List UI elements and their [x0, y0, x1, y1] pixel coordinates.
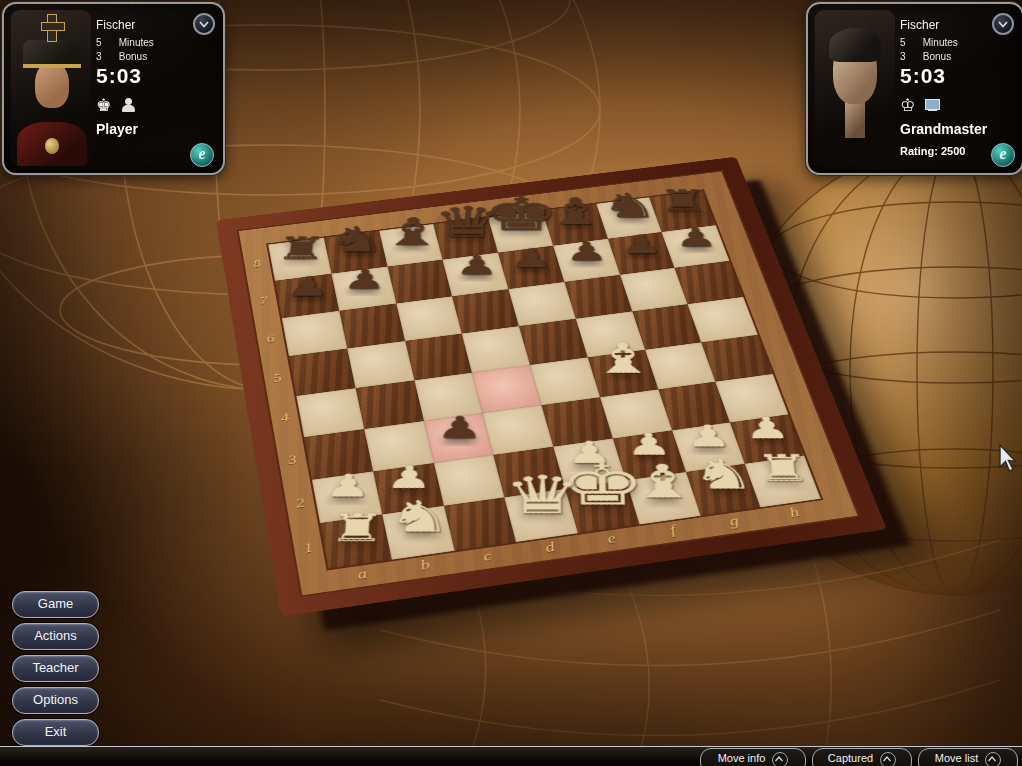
- chessmaster-e-logo: e: [190, 143, 214, 167]
- square-c2[interactable]: [433, 454, 504, 506]
- piece-black-pawn-a7[interactable]: ♟: [286, 274, 332, 299]
- square-b3[interactable]: [364, 421, 433, 471]
- square-b2[interactable]: ♟: [373, 463, 444, 515]
- square-d4[interactable]: [472, 365, 541, 413]
- square-c4[interactable]: [414, 373, 483, 421]
- piece-white-rook-a1[interactable]: ♜: [327, 510, 387, 547]
- piece-white-pawn-a2[interactable]: ♟: [324, 472, 373, 502]
- white-player-name: Player: [96, 121, 138, 137]
- game-button[interactable]: Game: [12, 591, 99, 618]
- black-player-panel: Fischer 5 Minutes 3 Bonus 5:03 ♔ Grandma…: [806, 2, 1022, 175]
- square-b5[interactable]: [347, 341, 414, 388]
- main-menu: Game Actions Teacher Options Exit: [12, 591, 99, 751]
- square-a1[interactable]: ♜: [320, 515, 391, 569]
- square-e2[interactable]: ♟: [553, 438, 625, 489]
- square-h4[interactable]: [701, 335, 772, 382]
- black-bonus-label: Bonus: [923, 51, 951, 62]
- board-coordinate-frame: ♜♞♝♛♚♝♞♜♟♟♟♟♟♟♟♝♟♟♟♟♟♟♟♜♞♛♚♝♞♜ abcdefgh …: [237, 170, 861, 597]
- square-c3[interactable]: ♟: [423, 413, 493, 463]
- piece-white-bishop-f1[interactable]: ♝: [627, 460, 699, 504]
- square-g3[interactable]: [658, 382, 730, 431]
- square-g2[interactable]: ♟: [671, 422, 745, 472]
- square-d1[interactable]: ♛: [505, 489, 578, 542]
- rank-label-4: 4: [270, 397, 300, 441]
- piece-white-bishop-f4[interactable]: ♝: [589, 338, 657, 378]
- square-a4[interactable]: [296, 388, 364, 437]
- move-list-button[interactable]: Move list: [918, 748, 1018, 766]
- white-minutes-label: Minutes: [119, 37, 154, 48]
- white-bonus-value: 3: [96, 51, 116, 62]
- piece-white-queen-d1[interactable]: ♛: [502, 471, 582, 521]
- square-f3[interactable]: [600, 389, 672, 438]
- square-b4[interactable]: [355, 380, 423, 429]
- black-player-name: Grandmaster: [900, 121, 987, 137]
- chessmaster-e-logo: e: [991, 143, 1015, 167]
- black-bonus-value: 3: [900, 51, 920, 62]
- white-bonus-label: Bonus: [119, 51, 147, 62]
- rank-label-5: 5: [263, 357, 292, 400]
- square-d5[interactable]: [462, 326, 530, 372]
- white-clock: 5:03: [96, 64, 142, 88]
- black-player-rating: Rating: 2500: [900, 145, 965, 157]
- black-clock: 5:03: [900, 64, 946, 88]
- rank-label-8: 8: [244, 245, 272, 284]
- piece-black-pawn-g7[interactable]: ♟: [620, 232, 664, 256]
- black-player-avatar: [815, 10, 895, 166]
- black-panel-collapse-button[interactable]: [992, 13, 1014, 35]
- piece-white-king-e1[interactable]: ♚: [559, 458, 647, 513]
- bottom-bar: Move info Captured Move list: [0, 746, 1022, 766]
- square-a5[interactable]: [289, 349, 355, 396]
- white-time-control-label: Fischer: [96, 18, 135, 32]
- expand-up-icon: [772, 752, 788, 766]
- piece-black-pawn-c3[interactable]: ♟: [436, 414, 483, 442]
- file-label-g: g: [701, 510, 768, 537]
- file-label-a: a: [329, 562, 396, 590]
- piece-black-pawn-e7[interactable]: ♟: [510, 246, 553, 271]
- file-labels: abcdefgh: [329, 501, 829, 590]
- square-d3[interactable]: [483, 405, 554, 455]
- piece-black-knight-g8[interactable]: ♞: [600, 190, 658, 222]
- square-f1[interactable]: ♝: [626, 472, 700, 524]
- file-label-d: d: [517, 536, 584, 563]
- square-e1[interactable]: ♚: [565, 481, 639, 534]
- square-f2[interactable]: ♟: [613, 430, 686, 481]
- white-minutes-value: 5: [96, 37, 116, 48]
- square-b1[interactable]: ♞: [382, 506, 454, 560]
- square-c5[interactable]: [405, 334, 472, 381]
- computer-icon: [925, 99, 940, 112]
- chessboard[interactable]: ♜♞♝♛♚♝♞♜♟♟♟♟♟♟♟♝♟♟♟♟♟♟♟♜♞♛♚♝♞♜ abcdefgh …: [216, 157, 887, 617]
- black-king-icon: ♔: [900, 97, 915, 114]
- black-minutes-label: Minutes: [923, 37, 958, 48]
- rank-label-6: 6: [256, 318, 285, 359]
- piece-black-rook-a8[interactable]: ♜: [274, 234, 328, 263]
- piece-white-rook-h1[interactable]: ♜: [753, 451, 813, 486]
- square-d2[interactable]: [493, 446, 565, 497]
- square-a3[interactable]: [304, 429, 373, 479]
- rank-label-3: 3: [277, 438, 307, 484]
- square-h3[interactable]: [715, 374, 788, 422]
- piece-black-pawn-h7[interactable]: ♟: [674, 226, 718, 250]
- actions-button[interactable]: Actions: [12, 623, 99, 650]
- file-label-f: f: [640, 518, 707, 545]
- piece-black-pawn-b7[interactable]: ♟: [342, 267, 387, 292]
- black-minutes-value: 5: [900, 37, 920, 48]
- piece-white-pawn-f2[interactable]: ♟: [626, 431, 674, 460]
- mouse-cursor: [997, 443, 1021, 477]
- piece-black-pawn-f7[interactable]: ♟: [565, 239, 608, 263]
- piece-white-knight-b1[interactable]: ♞: [386, 496, 453, 537]
- expand-up-icon: [880, 752, 896, 766]
- white-king-icon: ♚: [96, 97, 111, 114]
- square-e3[interactable]: [541, 397, 612, 446]
- piece-white-knight-g1[interactable]: ♞: [690, 455, 757, 495]
- square-f4[interactable]: ♝: [587, 350, 657, 397]
- exit-button[interactable]: Exit: [12, 719, 99, 746]
- white-panel-collapse-button[interactable]: [193, 13, 215, 35]
- piece-white-pawn-h2[interactable]: ♟: [743, 415, 792, 443]
- black-time-control-label: Fischer: [900, 18, 939, 32]
- white-player-panel: Fischer 5 Minutes 3 Bonus 5:03 ♚ Player …: [2, 2, 225, 175]
- rank-label-7: 7: [250, 281, 278, 321]
- human-icon: [121, 98, 135, 112]
- rank-label-2: 2: [285, 480, 316, 527]
- file-label-e: e: [579, 527, 646, 554]
- piece-white-pawn-b2[interactable]: ♟: [385, 463, 433, 493]
- move-info-button[interactable]: Move info: [700, 748, 806, 766]
- square-g1[interactable]: ♞: [686, 464, 761, 516]
- piece-black-rook-h8[interactable]: ♜: [657, 187, 709, 215]
- options-button[interactable]: Options: [12, 687, 99, 714]
- teacher-button[interactable]: Teacher: [12, 655, 99, 682]
- piece-white-pawn-e2[interactable]: ♟: [567, 439, 614, 468]
- rank-label-1: 1: [293, 524, 325, 573]
- chessboard-scene: ♜♞♝♛♚♝♞♜♟♟♟♟♟♟♟♝♟♟♟♟♟♟♟♜♞♛♚♝♞♜ abcdefgh …: [245, 80, 815, 650]
- square-a2[interactable]: ♟: [312, 471, 382, 523]
- file-label-h: h: [761, 501, 828, 528]
- square-h1[interactable]: ♜: [745, 456, 821, 508]
- expand-up-icon: [985, 752, 1001, 766]
- file-label-b: b: [392, 553, 459, 581]
- piece-black-bishop-c8[interactable]: ♝: [380, 214, 445, 250]
- square-h2[interactable]: ♟: [730, 414, 804, 464]
- captured-button[interactable]: Captured: [812, 748, 912, 766]
- board-squares[interactable]: ♜♞♝♛♚♝♞♜♟♟♟♟♟♟♟♝♟♟♟♟♟♟♟♜♞♛♚♝♞♜: [268, 191, 821, 569]
- piece-black-knight-b8[interactable]: ♞: [327, 223, 387, 256]
- white-player-avatar: [11, 10, 91, 166]
- square-c1[interactable]: [444, 498, 517, 551]
- file-label-c: c: [455, 544, 522, 572]
- piece-black-pawn-d7[interactable]: ♟: [455, 253, 499, 278]
- piece-white-pawn-g2[interactable]: ♟: [684, 423, 732, 452]
